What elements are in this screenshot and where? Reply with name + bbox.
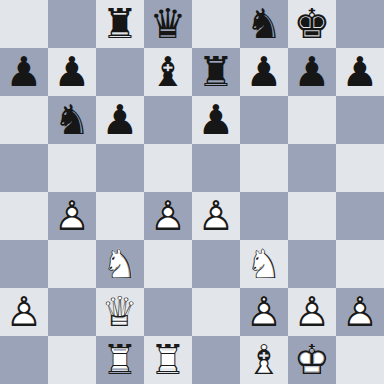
black-pawn-icon: ♟ xyxy=(336,48,384,96)
piece-white-pawn[interactable]: ♟♙ xyxy=(144,192,192,240)
white-pawn-icon: ♙ xyxy=(336,288,384,336)
black-king-icon: ♚ xyxy=(288,0,336,48)
black-rook-icon: ♜ xyxy=(96,0,144,48)
square-c7[interactable] xyxy=(96,48,144,96)
square-b4[interactable]: ♟♙ xyxy=(48,192,96,240)
square-g3[interactable] xyxy=(288,240,336,288)
square-h5[interactable] xyxy=(336,144,384,192)
square-d6[interactable] xyxy=(144,96,192,144)
square-c2[interactable]: ♛♕ xyxy=(96,288,144,336)
white-pawn-icon: ♙ xyxy=(144,192,192,240)
square-c3[interactable]: ♞♘ xyxy=(96,240,144,288)
square-c1[interactable]: ♜♖ xyxy=(96,336,144,384)
piece-black-pawn[interactable]: ♟ xyxy=(0,48,48,96)
white-knight-icon: ♘ xyxy=(96,240,144,288)
square-h1[interactable] xyxy=(336,336,384,384)
square-e3[interactable] xyxy=(192,240,240,288)
square-h6[interactable] xyxy=(336,96,384,144)
square-c6[interactable]: ♟ xyxy=(96,96,144,144)
square-f2[interactable]: ♟♙ xyxy=(240,288,288,336)
square-h4[interactable] xyxy=(336,192,384,240)
black-bishop-icon: ♝ xyxy=(144,48,192,96)
piece-white-king[interactable]: ♚♔ xyxy=(288,336,336,384)
square-f7[interactable]: ♟ xyxy=(240,48,288,96)
square-e1[interactable] xyxy=(192,336,240,384)
white-pawn-icon: ♙ xyxy=(0,288,48,336)
square-f1[interactable]: ♝♗ xyxy=(240,336,288,384)
piece-white-knight[interactable]: ♞♘ xyxy=(240,240,288,288)
piece-white-pawn[interactable]: ♟♙ xyxy=(288,288,336,336)
black-knight-icon: ♞ xyxy=(48,96,96,144)
white-pawn-icon: ♙ xyxy=(288,288,336,336)
white-rook-icon: ♖ xyxy=(96,336,144,384)
piece-black-pawn[interactable]: ♟ xyxy=(96,96,144,144)
square-b1[interactable] xyxy=(48,336,96,384)
black-pawn-icon: ♟ xyxy=(192,96,240,144)
square-a2[interactable]: ♟♙ xyxy=(0,288,48,336)
square-a5[interactable] xyxy=(0,144,48,192)
square-h2[interactable]: ♟♙ xyxy=(336,288,384,336)
piece-white-bishop[interactable]: ♝♗ xyxy=(240,336,288,384)
square-d7[interactable]: ♝ xyxy=(144,48,192,96)
square-d3[interactable] xyxy=(144,240,192,288)
piece-black-king[interactable]: ♚ xyxy=(288,0,336,48)
square-f8[interactable]: ♞ xyxy=(240,0,288,48)
piece-black-knight[interactable]: ♞ xyxy=(48,96,96,144)
square-a4[interactable] xyxy=(0,192,48,240)
black-pawn-icon: ♟ xyxy=(96,96,144,144)
square-g6[interactable] xyxy=(288,96,336,144)
square-d2[interactable] xyxy=(144,288,192,336)
black-pawn-icon: ♟ xyxy=(240,48,288,96)
square-b8[interactable] xyxy=(48,0,96,48)
square-g5[interactable] xyxy=(288,144,336,192)
piece-white-rook[interactable]: ♜♖ xyxy=(144,336,192,384)
white-pawn-icon: ♙ xyxy=(48,192,96,240)
square-g7[interactable]: ♟ xyxy=(288,48,336,96)
square-c8[interactable]: ♜ xyxy=(96,0,144,48)
square-f4[interactable] xyxy=(240,192,288,240)
square-h3[interactable] xyxy=(336,240,384,288)
square-e6[interactable]: ♟ xyxy=(192,96,240,144)
white-pawn-icon: ♙ xyxy=(240,288,288,336)
piece-black-knight[interactable]: ♞ xyxy=(240,0,288,48)
white-king-icon: ♔ xyxy=(288,336,336,384)
square-b2[interactable] xyxy=(48,288,96,336)
white-queen-icon: ♕ xyxy=(96,288,144,336)
black-knight-icon: ♞ xyxy=(240,0,288,48)
black-rook-icon: ♜ xyxy=(192,48,240,96)
square-f5[interactable] xyxy=(240,144,288,192)
white-bishop-icon: ♗ xyxy=(240,336,288,384)
square-a1[interactable] xyxy=(0,336,48,384)
square-f3[interactable]: ♞♘ xyxy=(240,240,288,288)
piece-white-pawn[interactable]: ♟♙ xyxy=(336,288,384,336)
square-a6[interactable] xyxy=(0,96,48,144)
black-pawn-icon: ♟ xyxy=(0,48,48,96)
black-queen-icon: ♛ xyxy=(144,0,192,48)
square-b5[interactable] xyxy=(48,144,96,192)
piece-white-pawn[interactable]: ♟♙ xyxy=(48,192,96,240)
square-d5[interactable] xyxy=(144,144,192,192)
square-e5[interactable] xyxy=(192,144,240,192)
piece-black-pawn[interactable]: ♟ xyxy=(48,48,96,96)
piece-black-pawn[interactable]: ♟ xyxy=(192,96,240,144)
square-a3[interactable] xyxy=(0,240,48,288)
square-g1[interactable]: ♚♔ xyxy=(288,336,336,384)
square-g2[interactable]: ♟♙ xyxy=(288,288,336,336)
piece-black-bishop[interactable]: ♝ xyxy=(144,48,192,96)
square-e4[interactable]: ♟♙ xyxy=(192,192,240,240)
square-e8[interactable] xyxy=(192,0,240,48)
square-a8[interactable] xyxy=(0,0,48,48)
piece-black-rook[interactable]: ♜ xyxy=(96,0,144,48)
square-h8[interactable] xyxy=(336,0,384,48)
white-pawn-icon: ♙ xyxy=(192,192,240,240)
piece-white-pawn[interactable]: ♟♙ xyxy=(240,288,288,336)
square-d1[interactable]: ♜♖ xyxy=(144,336,192,384)
square-a7[interactable]: ♟ xyxy=(0,48,48,96)
piece-black-pawn[interactable]: ♟ xyxy=(240,48,288,96)
white-knight-icon: ♘ xyxy=(240,240,288,288)
square-b6[interactable]: ♞ xyxy=(48,96,96,144)
piece-black-rook[interactable]: ♜ xyxy=(192,48,240,96)
square-e2[interactable] xyxy=(192,288,240,336)
square-b3[interactable] xyxy=(48,240,96,288)
square-g4[interactable] xyxy=(288,192,336,240)
square-f6[interactable] xyxy=(240,96,288,144)
piece-white-knight[interactable]: ♞♘ xyxy=(96,240,144,288)
square-d8[interactable]: ♛ xyxy=(144,0,192,48)
square-h7[interactable]: ♟ xyxy=(336,48,384,96)
square-c5[interactable] xyxy=(96,144,144,192)
square-c4[interactable] xyxy=(96,192,144,240)
piece-white-rook[interactable]: ♜♖ xyxy=(96,336,144,384)
black-pawn-icon: ♟ xyxy=(288,48,336,96)
piece-black-pawn[interactable]: ♟ xyxy=(288,48,336,96)
white-rook-icon: ♖ xyxy=(144,336,192,384)
piece-black-queen[interactable]: ♛ xyxy=(144,0,192,48)
black-pawn-icon: ♟ xyxy=(48,48,96,96)
piece-white-pawn[interactable]: ♟♙ xyxy=(192,192,240,240)
square-e7[interactable]: ♜ xyxy=(192,48,240,96)
square-d4[interactable]: ♟♙ xyxy=(144,192,192,240)
piece-black-pawn[interactable]: ♟ xyxy=(336,48,384,96)
piece-white-pawn[interactable]: ♟♙ xyxy=(0,288,48,336)
piece-white-queen[interactable]: ♛♕ xyxy=(96,288,144,336)
chess-board: ♜♛♞♚♟♟♝♜♟♟♟♞♟♟♟♙♟♙♟♙♞♘♞♘♟♙♛♕♟♙♟♙♟♙♜♖♜♖♝♗… xyxy=(0,0,384,384)
square-b7[interactable]: ♟ xyxy=(48,48,96,96)
square-g8[interactable]: ♚ xyxy=(288,0,336,48)
